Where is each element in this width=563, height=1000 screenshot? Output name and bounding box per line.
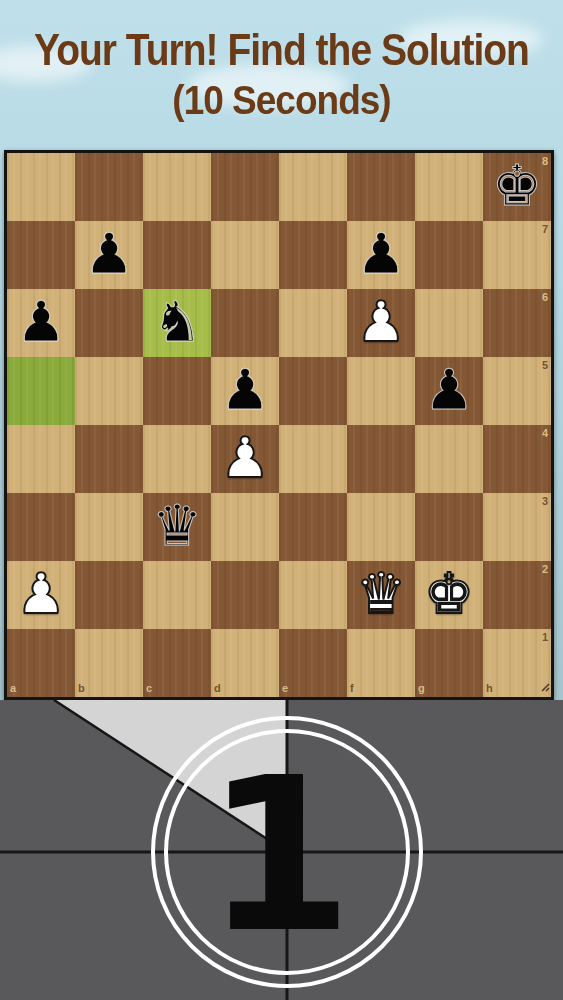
square-g8[interactable] [415, 153, 483, 221]
countdown-number: 1 [205, 732, 353, 979]
piece-white-pawn-d4[interactable]: ♟ [211, 425, 279, 493]
square-e7[interactable] [279, 221, 347, 289]
square-b5[interactable] [75, 357, 143, 425]
square-b3[interactable] [75, 493, 143, 561]
square-e8[interactable] [279, 153, 347, 221]
square-a1[interactable]: a [7, 629, 75, 697]
file-label-e: e [282, 683, 288, 694]
square-h7[interactable]: 7 [483, 221, 551, 289]
piece-black-pawn-g5[interactable]: ♟ [415, 357, 483, 425]
square-d8[interactable] [211, 153, 279, 221]
piece-white-queen-f2[interactable]: ♛ [347, 561, 415, 629]
square-f7[interactable]: ♟ [347, 221, 415, 289]
square-d4[interactable]: ♟ [211, 425, 279, 493]
square-b7[interactable]: ♟ [75, 221, 143, 289]
rank-label-1: 1 [542, 632, 548, 643]
square-a7[interactable] [7, 221, 75, 289]
square-f2[interactable]: ♛ [347, 561, 415, 629]
square-c4[interactable] [143, 425, 211, 493]
square-e1[interactable]: e [279, 629, 347, 697]
square-d7[interactable] [211, 221, 279, 289]
file-label-b: b [78, 683, 85, 694]
square-f5[interactable] [347, 357, 415, 425]
rank-label-4: 4 [542, 428, 548, 439]
square-d3[interactable] [211, 493, 279, 561]
square-h8[interactable]: 8♚ [483, 153, 551, 221]
file-label-d: d [214, 683, 221, 694]
square-f1[interactable]: f [347, 629, 415, 697]
square-c7[interactable] [143, 221, 211, 289]
square-g5[interactable]: ♟ [415, 357, 483, 425]
square-h1[interactable]: h1 [483, 629, 551, 697]
square-g4[interactable] [415, 425, 483, 493]
resize-handle-icon[interactable] [538, 678, 550, 696]
square-g7[interactable] [415, 221, 483, 289]
square-f3[interactable] [347, 493, 415, 561]
square-e2[interactable] [279, 561, 347, 629]
piece-black-knight-c6[interactable]: ♞ [143, 289, 211, 357]
square-d5[interactable]: ♟ [211, 357, 279, 425]
chess-board: 8♚♟♟7♟♞♟6♟♟5♟4♛3♟♛♚2abcdefgh1 [4, 150, 554, 700]
square-f4[interactable] [347, 425, 415, 493]
square-d6[interactable] [211, 289, 279, 357]
header: Your Turn! Find the Solution (10 Seconds… [0, 0, 563, 150]
square-e5[interactable] [279, 357, 347, 425]
square-e3[interactable] [279, 493, 347, 561]
file-label-f: f [350, 683, 354, 694]
piece-black-king-h8[interactable]: ♚ [483, 153, 551, 221]
countdown-overlay: 1 [0, 700, 563, 1000]
file-label-h: h [486, 683, 493, 694]
square-f8[interactable] [347, 153, 415, 221]
square-c8[interactable] [143, 153, 211, 221]
square-h2[interactable]: 2 [483, 561, 551, 629]
square-a6[interactable]: ♟ [7, 289, 75, 357]
square-b6[interactable] [75, 289, 143, 357]
rank-label-7: 7 [542, 224, 548, 235]
file-label-g: g [418, 683, 425, 694]
file-label-a: a [10, 683, 16, 694]
piece-black-queen-c3[interactable]: ♛ [143, 493, 211, 561]
rank-label-8: 8 [542, 156, 548, 167]
piece-white-pawn-f6[interactable]: ♟ [347, 289, 415, 357]
square-c2[interactable] [143, 561, 211, 629]
square-e4[interactable] [279, 425, 347, 493]
square-h4[interactable]: 4 [483, 425, 551, 493]
piece-white-pawn-a2[interactable]: ♟ [7, 561, 75, 629]
rank-label-6: 6 [542, 292, 548, 303]
square-d1[interactable]: d [211, 629, 279, 697]
square-b4[interactable] [75, 425, 143, 493]
piece-black-pawn-b7[interactable]: ♟ [75, 221, 143, 289]
square-b1[interactable]: b [75, 629, 143, 697]
square-b8[interactable] [75, 153, 143, 221]
square-c3[interactable]: ♛ [143, 493, 211, 561]
square-g3[interactable] [415, 493, 483, 561]
square-a3[interactable] [7, 493, 75, 561]
square-h6[interactable]: 6 [483, 289, 551, 357]
square-a4[interactable] [7, 425, 75, 493]
square-h5[interactable]: 5 [483, 357, 551, 425]
square-g1[interactable]: g [415, 629, 483, 697]
piece-black-pawn-a6[interactable]: ♟ [7, 289, 75, 357]
square-a5[interactable] [7, 357, 75, 425]
square-g2[interactable]: ♚ [415, 561, 483, 629]
square-e6[interactable] [279, 289, 347, 357]
square-d2[interactable] [211, 561, 279, 629]
square-c1[interactable]: c [143, 629, 211, 697]
square-h3[interactable]: 3 [483, 493, 551, 561]
square-g6[interactable] [415, 289, 483, 357]
title-line-1: Your Turn! Find the Solution [34, 26, 529, 74]
square-f6[interactable]: ♟ [347, 289, 415, 357]
rank-label-3: 3 [542, 496, 548, 507]
square-a2[interactable]: ♟ [7, 561, 75, 629]
title-line-2: (10 Seconds) [0, 76, 563, 125]
square-c5[interactable] [143, 357, 211, 425]
square-b2[interactable] [75, 561, 143, 629]
rank-label-2: 2 [542, 564, 548, 575]
rank-label-5: 5 [542, 360, 548, 371]
square-c6[interactable]: ♞ [143, 289, 211, 357]
piece-black-pawn-f7[interactable]: ♟ [347, 221, 415, 289]
piece-black-pawn-d5[interactable]: ♟ [211, 357, 279, 425]
page-title: Your Turn! Find the Solution (10 Seconds… [0, 0, 563, 125]
square-a8[interactable] [7, 153, 75, 221]
piece-white-king-g2[interactable]: ♚ [415, 561, 483, 629]
file-label-c: c [146, 683, 152, 694]
